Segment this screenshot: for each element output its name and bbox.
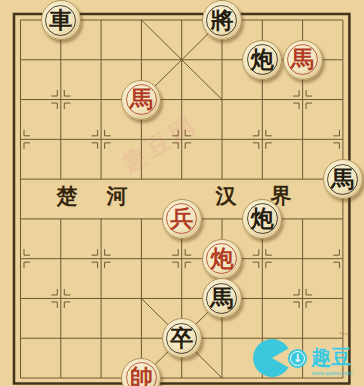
piece-black-cannon[interactable]: 炮 (242, 40, 282, 80)
piece-glyph: 馬 (210, 287, 233, 310)
piece-glyph: 兵 (170, 207, 193, 230)
pacman-logo-icon (253, 339, 293, 379)
piece-red-horse[interactable]: 馬 (283, 40, 323, 80)
piece-glyph: 卒 (170, 327, 193, 350)
piece-red-cannon[interactable]: 炮 (202, 239, 242, 279)
piece-red-general[interactable]: 帥 (121, 358, 161, 386)
watermark-url-text: www.qudou.com (312, 370, 352, 376)
piece-red-horse[interactable]: 馬 (121, 80, 161, 120)
piece-black-cannon[interactable]: 炮 (242, 199, 282, 239)
piece-black-general[interactable]: 將 (202, 0, 242, 40)
xiangqi-screenshot: { "game": "xiangqi", "board": {"files": … (0, 0, 364, 386)
piece-black-soldier[interactable]: 卒 (162, 318, 202, 358)
piece-glyph: 炮 (210, 247, 233, 270)
piece-glyph: 將 (210, 9, 233, 32)
piece-glyph: 馬 (291, 48, 314, 71)
piece-glyph: 車 (49, 9, 72, 32)
piece-glyph: 帥 (130, 366, 153, 386)
watermark-brand-text: 趣豆 (311, 346, 351, 368)
piece-red-soldier[interactable]: 兵 (162, 199, 202, 239)
piece-black-horse[interactable]: 馬 (323, 159, 363, 199)
watermark-specks: ••• (338, 329, 350, 339)
pieces-layer: 車將炮馬馬馬兵炮炮馬卒帥 (0, 0, 363, 386)
piece-black-chariot[interactable]: 車 (41, 0, 81, 40)
piece-black-horse[interactable]: 馬 (202, 278, 242, 318)
piece-glyph: 炮 (251, 207, 274, 230)
piece-glyph: 馬 (331, 168, 354, 191)
download-arrow-icon: ↓ (288, 349, 307, 368)
piece-glyph: 馬 (130, 88, 153, 111)
piece-glyph: 炮 (251, 48, 274, 71)
